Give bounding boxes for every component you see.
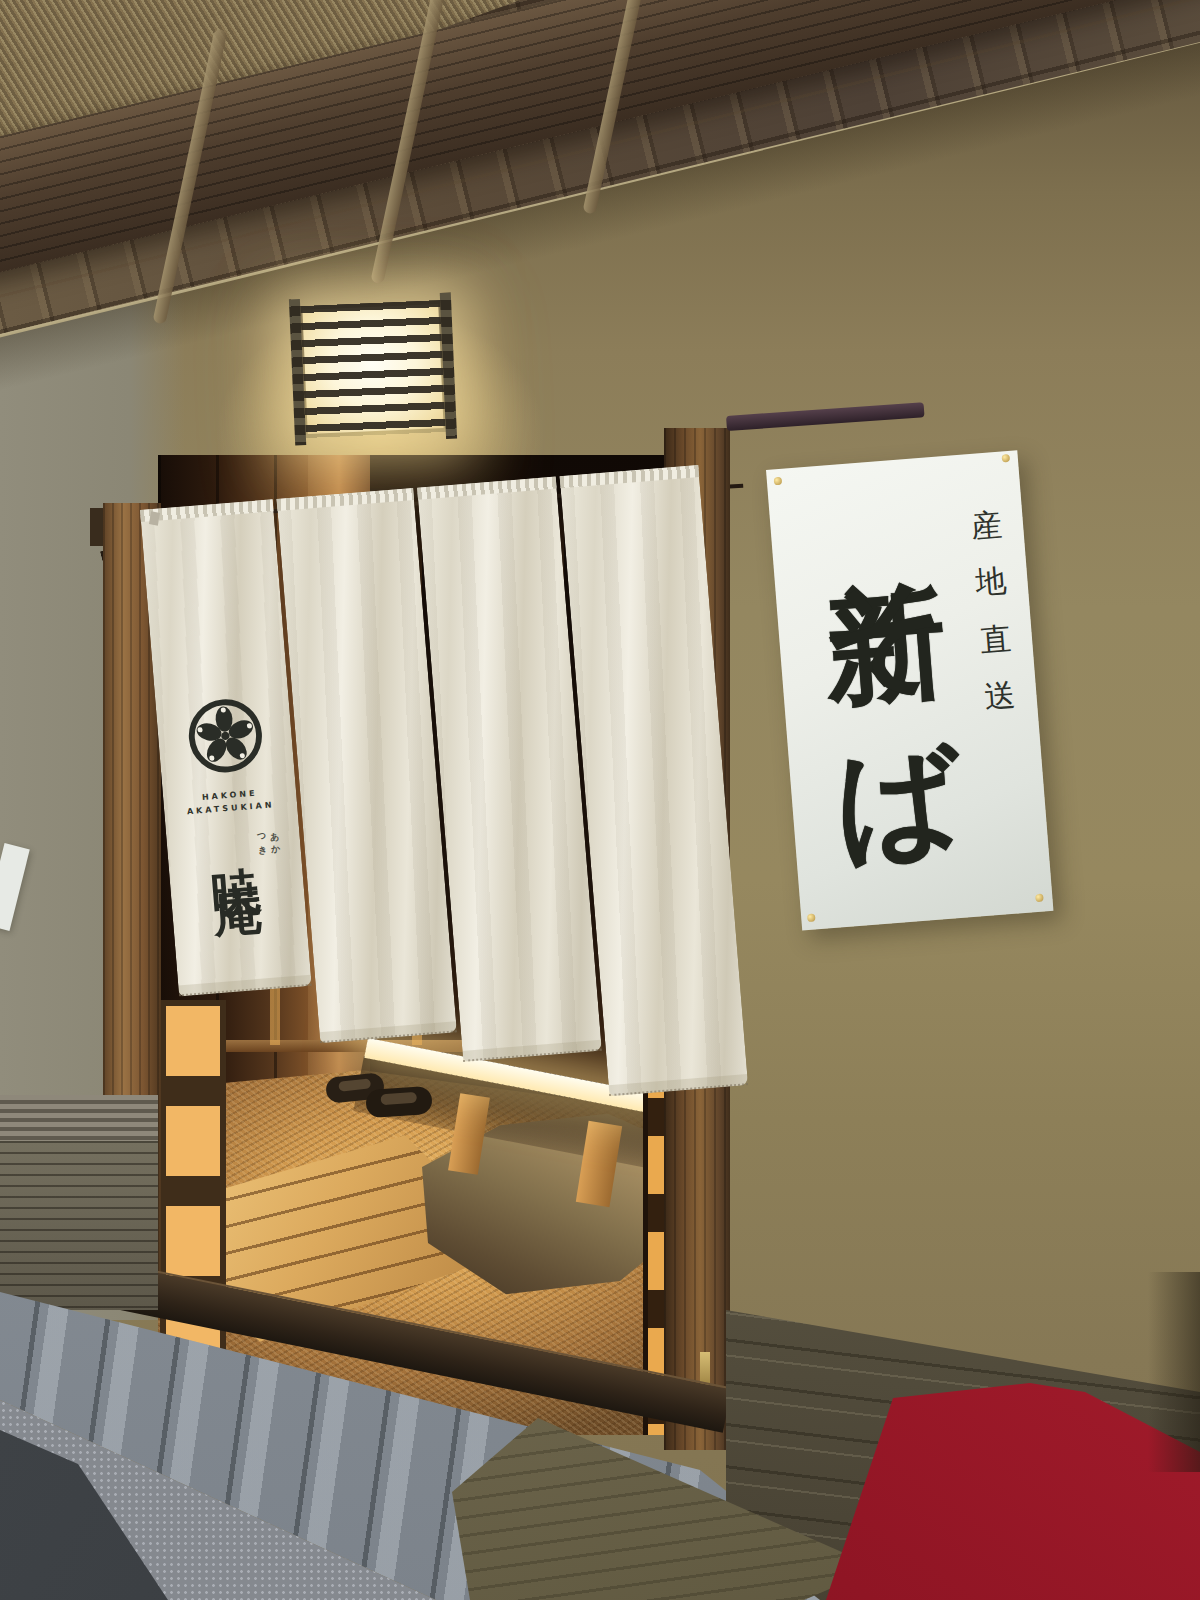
poster-pin [1002, 454, 1011, 463]
shop-crest-block: HAKONE AKATSUKIAN 暁庵 あかつき [155, 689, 301, 869]
furigana: あかつき [254, 821, 283, 857]
corner-shadow [1148, 1272, 1200, 1472]
calligraphy-poster: 産地直送 新そば [766, 450, 1053, 930]
weathered-board-left [0, 1095, 158, 1310]
slatted-wall-lantern [294, 300, 452, 439]
noren-curtain: HAKONE AKATSUKIAN 暁庵 あかつき [140, 465, 751, 1168]
poster-pin [1035, 894, 1044, 903]
poster-pin [807, 914, 816, 923]
lantern-slats [300, 300, 446, 438]
storefront-photo: HAKONE AKATSUKIAN 暁庵 あかつき 産地直送 新そば [0, 0, 1200, 1600]
flower-in-circle-crest-icon [180, 691, 270, 781]
board-ridges [0, 1095, 158, 1141]
poster-pin [774, 477, 783, 486]
poster-main-text: 新そば [791, 473, 980, 811]
board-grain [0, 1141, 158, 1310]
shop-name-kanji: 暁庵 あかつき [199, 825, 268, 862]
